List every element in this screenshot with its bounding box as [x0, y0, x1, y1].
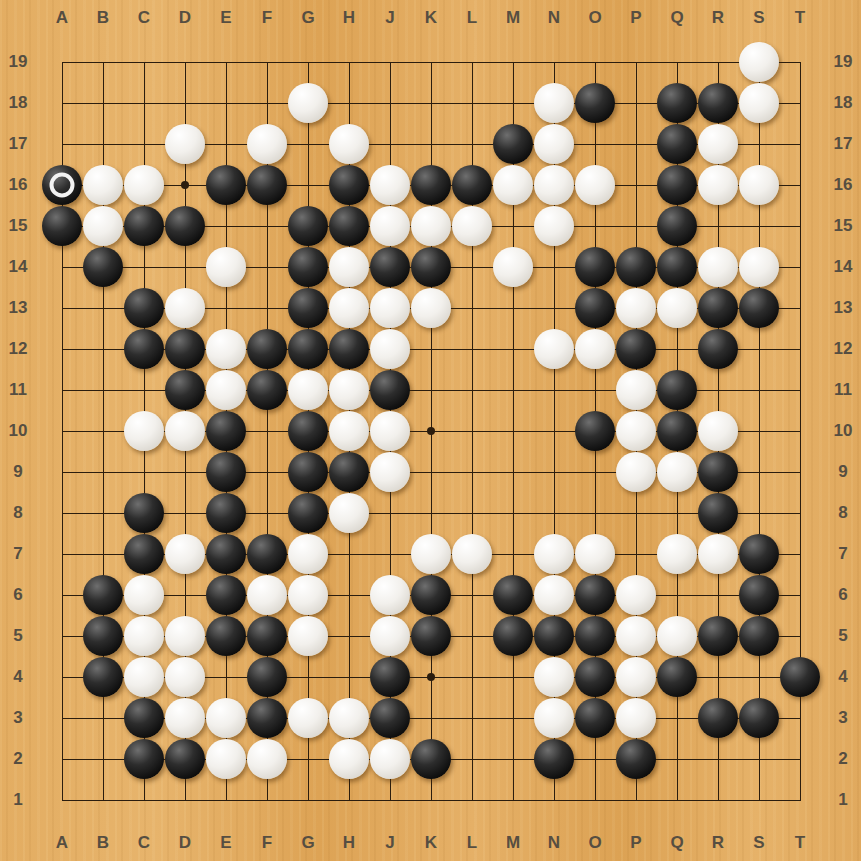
stone-white-H11[interactable]: [329, 370, 369, 410]
row-label-left-18: 18: [9, 93, 28, 113]
stone-black-G13[interactable]: [288, 288, 328, 328]
stone-black-H15[interactable]: [329, 206, 369, 246]
stone-black-H12[interactable]: [329, 329, 369, 369]
stone-white-G7[interactable]: [288, 534, 328, 574]
stone-white-C10[interactable]: [124, 411, 164, 451]
stone-white-O16[interactable]: [575, 165, 615, 205]
stone-white-K15[interactable]: [411, 206, 451, 246]
stone-black-S6[interactable]: [739, 575, 779, 615]
stone-black-R9[interactable]: [698, 452, 738, 492]
stone-black-D12[interactable]: [165, 329, 205, 369]
stone-white-O7[interactable]: [575, 534, 615, 574]
stone-white-D7[interactable]: [165, 534, 205, 574]
stone-black-O13[interactable]: [575, 288, 615, 328]
stone-white-P4[interactable]: [616, 657, 656, 697]
stone-black-E6[interactable]: [206, 575, 246, 615]
stone-white-N18[interactable]: [534, 83, 574, 123]
stone-black-N2[interactable]: [534, 739, 574, 779]
stone-white-D4[interactable]: [165, 657, 205, 697]
stone-white-J12[interactable]: [370, 329, 410, 369]
stone-white-E3[interactable]: [206, 698, 246, 738]
stone-black-E7[interactable]: [206, 534, 246, 574]
row-label-right-6: 6: [838, 585, 847, 605]
stone-black-P14[interactable]: [616, 247, 656, 287]
row-label-left-9: 9: [13, 462, 22, 482]
stone-white-J16[interactable]: [370, 165, 410, 205]
stone-black-O14[interactable]: [575, 247, 615, 287]
stone-white-D13[interactable]: [165, 288, 205, 328]
col-label-bottom-K: K: [425, 833, 437, 853]
stone-white-D5[interactable]: [165, 616, 205, 656]
stone-black-K14[interactable]: [411, 247, 451, 287]
stone-white-Q5[interactable]: [657, 616, 697, 656]
stone-white-E14[interactable]: [206, 247, 246, 287]
stone-white-P9[interactable]: [616, 452, 656, 492]
stone-white-J6[interactable]: [370, 575, 410, 615]
stone-white-R17[interactable]: [698, 124, 738, 164]
stone-black-C13[interactable]: [124, 288, 164, 328]
stone-white-N6[interactable]: [534, 575, 574, 615]
stone-white-N12[interactable]: [534, 329, 574, 369]
row-label-left-2: 2: [13, 749, 22, 769]
stone-black-K16[interactable]: [411, 165, 451, 205]
stone-white-H10[interactable]: [329, 411, 369, 451]
stone-white-C4[interactable]: [124, 657, 164, 697]
col-label-bottom-G: G: [301, 833, 314, 853]
stone-black-E16[interactable]: [206, 165, 246, 205]
stone-white-L7[interactable]: [452, 534, 492, 574]
stone-white-E11[interactable]: [206, 370, 246, 410]
stone-black-Q16[interactable]: [657, 165, 697, 205]
col-label-bottom-P: P: [630, 833, 641, 853]
row-label-right-9: 9: [838, 462, 847, 482]
col-label-top-B: B: [97, 8, 109, 28]
stone-white-H2[interactable]: [329, 739, 369, 779]
row-label-right-19: 19: [834, 52, 853, 72]
stone-black-D2[interactable]: [165, 739, 205, 779]
stone-white-D3[interactable]: [165, 698, 205, 738]
stone-black-J11[interactable]: [370, 370, 410, 410]
stone-white-L15[interactable]: [452, 206, 492, 246]
row-label-right-17: 17: [834, 134, 853, 154]
stone-black-S3[interactable]: [739, 698, 779, 738]
col-label-bottom-S: S: [753, 833, 764, 853]
row-label-left-4: 4: [13, 667, 22, 687]
stone-white-P11[interactable]: [616, 370, 656, 410]
stone-white-C6[interactable]: [124, 575, 164, 615]
stone-black-B6[interactable]: [83, 575, 123, 615]
row-label-left-1: 1: [13, 790, 22, 810]
row-label-right-7: 7: [838, 544, 847, 564]
stone-black-G9[interactable]: [288, 452, 328, 492]
stone-black-C12[interactable]: [124, 329, 164, 369]
stone-black-K2[interactable]: [411, 739, 451, 779]
stone-black-R13[interactable]: [698, 288, 738, 328]
stone-black-C3[interactable]: [124, 698, 164, 738]
row-label-left-19: 19: [9, 52, 28, 72]
row-label-right-12: 12: [834, 339, 853, 359]
row-label-right-13: 13: [834, 298, 853, 318]
col-label-top-D: D: [179, 8, 191, 28]
star-point-K10: [427, 427, 435, 435]
col-label-bottom-H: H: [343, 833, 355, 853]
stone-white-C5[interactable]: [124, 616, 164, 656]
stone-white-P6[interactable]: [616, 575, 656, 615]
stone-black-B4[interactable]: [83, 657, 123, 697]
stone-white-J2[interactable]: [370, 739, 410, 779]
stone-white-N4[interactable]: [534, 657, 574, 697]
stone-black-R18[interactable]: [698, 83, 738, 123]
stone-white-G3[interactable]: [288, 698, 328, 738]
stone-black-F16[interactable]: [247, 165, 287, 205]
col-label-top-Q: Q: [670, 8, 683, 28]
stone-white-H3[interactable]: [329, 698, 369, 738]
stone-black-S5[interactable]: [739, 616, 779, 656]
stone-black-F12[interactable]: [247, 329, 287, 369]
stone-black-Q14[interactable]: [657, 247, 697, 287]
stone-white-N16[interactable]: [534, 165, 574, 205]
stone-black-E8[interactable]: [206, 493, 246, 533]
row-label-right-3: 3: [838, 708, 847, 728]
row-label-left-12: 12: [9, 339, 28, 359]
row-label-left-10: 10: [9, 421, 28, 441]
stone-black-R12[interactable]: [698, 329, 738, 369]
row-label-right-14: 14: [834, 257, 853, 277]
col-label-top-T: T: [795, 8, 805, 28]
stone-black-A16[interactable]: [42, 165, 82, 205]
stone-black-K5[interactable]: [411, 616, 451, 656]
row-label-left-17: 17: [9, 134, 28, 154]
stone-black-F7[interactable]: [247, 534, 287, 574]
stone-black-F4[interactable]: [247, 657, 287, 697]
col-label-bottom-O: O: [588, 833, 601, 853]
stone-white-N3[interactable]: [534, 698, 574, 738]
stone-white-H8[interactable]: [329, 493, 369, 533]
stone-white-G18[interactable]: [288, 83, 328, 123]
row-label-right-2: 2: [838, 749, 847, 769]
stone-white-B16[interactable]: [83, 165, 123, 205]
stone-black-O3[interactable]: [575, 698, 615, 738]
stone-black-L16[interactable]: [452, 165, 492, 205]
stone-white-J15[interactable]: [370, 206, 410, 246]
stone-white-J10[interactable]: [370, 411, 410, 451]
stone-white-R10[interactable]: [698, 411, 738, 451]
stone-black-M17[interactable]: [493, 124, 533, 164]
stone-black-C15[interactable]: [124, 206, 164, 246]
col-label-top-S: S: [753, 8, 764, 28]
col-label-bottom-D: D: [179, 833, 191, 853]
stone-white-Q9[interactable]: [657, 452, 697, 492]
col-label-top-P: P: [630, 8, 641, 28]
row-label-left-5: 5: [13, 626, 22, 646]
stone-white-R16[interactable]: [698, 165, 738, 205]
last-move-marker: [50, 173, 75, 198]
stone-white-M16[interactable]: [493, 165, 533, 205]
stone-black-Q18[interactable]: [657, 83, 697, 123]
col-label-top-A: A: [56, 8, 68, 28]
stone-white-K7[interactable]: [411, 534, 451, 574]
stone-black-O5[interactable]: [575, 616, 615, 656]
col-label-bottom-L: L: [467, 833, 477, 853]
stone-white-E12[interactable]: [206, 329, 246, 369]
stone-black-O18[interactable]: [575, 83, 615, 123]
stone-black-R3[interactable]: [698, 698, 738, 738]
stone-black-A15[interactable]: [42, 206, 82, 246]
star-point-K4: [427, 673, 435, 681]
stone-black-P2[interactable]: [616, 739, 656, 779]
stone-white-K13[interactable]: [411, 288, 451, 328]
row-label-right-1: 1: [838, 790, 847, 810]
row-label-left-11: 11: [9, 380, 27, 400]
col-label-top-G: G: [301, 8, 314, 28]
stone-black-R8[interactable]: [698, 493, 738, 533]
stone-black-M5[interactable]: [493, 616, 533, 656]
stone-black-K6[interactable]: [411, 575, 451, 615]
stone-white-J13[interactable]: [370, 288, 410, 328]
stone-white-S16[interactable]: [739, 165, 779, 205]
stone-black-B5[interactable]: [83, 616, 123, 656]
col-label-top-H: H: [343, 8, 355, 28]
stone-black-E10[interactable]: [206, 411, 246, 451]
stone-white-S19[interactable]: [739, 42, 779, 82]
stone-white-H13[interactable]: [329, 288, 369, 328]
row-label-right-16: 16: [834, 175, 853, 195]
stone-white-B15[interactable]: [83, 206, 123, 246]
stone-black-Q11[interactable]: [657, 370, 697, 410]
stone-black-H9[interactable]: [329, 452, 369, 492]
stone-white-P13[interactable]: [616, 288, 656, 328]
stone-white-G6[interactable]: [288, 575, 328, 615]
stone-black-D15[interactable]: [165, 206, 205, 246]
stone-white-F17[interactable]: [247, 124, 287, 164]
stone-white-N7[interactable]: [534, 534, 574, 574]
row-label-left-7: 7: [13, 544, 22, 564]
stone-white-Q7[interactable]: [657, 534, 697, 574]
stone-white-H17[interactable]: [329, 124, 369, 164]
stone-white-M14[interactable]: [493, 247, 533, 287]
stone-black-C7[interactable]: [124, 534, 164, 574]
col-label-top-F: F: [262, 8, 272, 28]
stone-black-N5[interactable]: [534, 616, 574, 656]
stone-white-H14[interactable]: [329, 247, 369, 287]
col-label-top-K: K: [425, 8, 437, 28]
stone-white-O12[interactable]: [575, 329, 615, 369]
stone-white-J9[interactable]: [370, 452, 410, 492]
col-label-top-E: E: [220, 8, 231, 28]
col-label-bottom-R: R: [712, 833, 724, 853]
stone-black-F11[interactable]: [247, 370, 287, 410]
col-label-bottom-N: N: [548, 833, 560, 853]
col-label-bottom-Q: Q: [670, 833, 683, 853]
stone-black-Q17[interactable]: [657, 124, 697, 164]
stone-black-Q4[interactable]: [657, 657, 697, 697]
stone-black-B14[interactable]: [83, 247, 123, 287]
stone-black-G8[interactable]: [288, 493, 328, 533]
stone-black-C8[interactable]: [124, 493, 164, 533]
col-label-bottom-F: F: [262, 833, 272, 853]
row-label-left-13: 13: [9, 298, 28, 318]
stone-white-D17[interactable]: [165, 124, 205, 164]
stone-black-C2[interactable]: [124, 739, 164, 779]
stone-black-J14[interactable]: [370, 247, 410, 287]
stone-white-J5[interactable]: [370, 616, 410, 656]
stone-black-J4[interactable]: [370, 657, 410, 697]
col-label-top-N: N: [548, 8, 560, 28]
col-label-bottom-A: A: [56, 833, 68, 853]
row-label-right-8: 8: [838, 503, 847, 523]
stone-black-G15[interactable]: [288, 206, 328, 246]
stone-white-G5[interactable]: [288, 616, 328, 656]
stone-white-N17[interactable]: [534, 124, 574, 164]
stone-white-Q13[interactable]: [657, 288, 697, 328]
stone-black-F3[interactable]: [247, 698, 287, 738]
row-label-right-4: 4: [838, 667, 847, 687]
stone-black-E5[interactable]: [206, 616, 246, 656]
col-label-bottom-J: J: [385, 833, 394, 853]
col-label-top-C: C: [138, 8, 150, 28]
row-label-left-8: 8: [13, 503, 22, 523]
stone-black-E9[interactable]: [206, 452, 246, 492]
stone-white-C16[interactable]: [124, 165, 164, 205]
stone-black-M6[interactable]: [493, 575, 533, 615]
stone-black-Q10[interactable]: [657, 411, 697, 451]
stone-white-R14[interactable]: [698, 247, 738, 287]
col-label-bottom-E: E: [220, 833, 231, 853]
row-label-left-16: 16: [9, 175, 28, 195]
stone-black-P12[interactable]: [616, 329, 656, 369]
col-label-bottom-C: C: [138, 833, 150, 853]
col-label-top-M: M: [506, 8, 520, 28]
stone-black-T4[interactable]: [780, 657, 820, 697]
row-label-right-5: 5: [838, 626, 847, 646]
col-label-top-R: R: [712, 8, 724, 28]
stone-black-O6[interactable]: [575, 575, 615, 615]
stone-white-G11[interactable]: [288, 370, 328, 410]
stone-black-S13[interactable]: [739, 288, 779, 328]
stone-black-O10[interactable]: [575, 411, 615, 451]
row-label-right-18: 18: [834, 93, 853, 113]
stone-white-S14[interactable]: [739, 247, 779, 287]
col-label-bottom-T: T: [795, 833, 805, 853]
row-label-right-11: 11: [834, 380, 852, 400]
stone-black-D11[interactable]: [165, 370, 205, 410]
stone-black-O4[interactable]: [575, 657, 615, 697]
stone-white-S18[interactable]: [739, 83, 779, 123]
stone-black-H16[interactable]: [329, 165, 369, 205]
col-label-top-L: L: [467, 8, 477, 28]
stone-black-F5[interactable]: [247, 616, 287, 656]
row-label-right-15: 15: [834, 216, 853, 236]
stone-white-F6[interactable]: [247, 575, 287, 615]
stone-white-N15[interactable]: [534, 206, 574, 246]
stone-white-P3[interactable]: [616, 698, 656, 738]
row-label-left-14: 14: [9, 257, 28, 277]
stone-white-E2[interactable]: [206, 739, 246, 779]
star-point-D16: [181, 181, 189, 189]
stone-white-P5[interactable]: [616, 616, 656, 656]
stone-white-D10[interactable]: [165, 411, 205, 451]
row-label-left-6: 6: [13, 585, 22, 605]
go-board[interactable]: AABBCCDDEEFFGGHHJJKKLLMMNNOOPPQQRRSSTT19…: [0, 0, 861, 861]
col-label-top-J: J: [385, 8, 394, 28]
stone-black-G12[interactable]: [288, 329, 328, 369]
col-label-bottom-M: M: [506, 833, 520, 853]
row-label-left-3: 3: [13, 708, 22, 728]
row-label-right-10: 10: [834, 421, 853, 441]
stone-black-G10[interactable]: [288, 411, 328, 451]
stone-black-S7[interactable]: [739, 534, 779, 574]
row-label-left-15: 15: [9, 216, 28, 236]
col-label-top-O: O: [588, 8, 601, 28]
stone-black-R5[interactable]: [698, 616, 738, 656]
col-label-bottom-B: B: [97, 833, 109, 853]
stone-black-Q15[interactable]: [657, 206, 697, 246]
stone-black-J3[interactable]: [370, 698, 410, 738]
stone-white-F2[interactable]: [247, 739, 287, 779]
stone-white-R7[interactable]: [698, 534, 738, 574]
stone-white-P10[interactable]: [616, 411, 656, 451]
stone-black-G14[interactable]: [288, 247, 328, 287]
